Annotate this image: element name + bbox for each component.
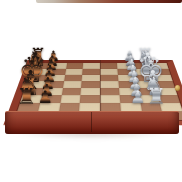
board-square: [59, 95, 80, 103]
board-square: [25, 81, 45, 88]
board-square: [43, 81, 63, 88]
board-square: [62, 81, 81, 88]
board-square: [118, 81, 137, 88]
board-square: [39, 95, 60, 103]
board-square: [79, 95, 99, 103]
board-square: [136, 81, 156, 88]
board-square: [19, 95, 41, 103]
fold-seam-front: [91, 112, 92, 132]
brass-clasp-icon: [175, 85, 180, 91]
chess-set-product-photo: ♜♟♟♜♞♟♟♞♝♟♟♝♛♟♟♛♚♟♟♚♝♟♟♝♞♟♟♞♜♟♟♜: [0, 0, 182, 182]
board-square: [158, 95, 180, 103]
board-square: [81, 81, 100, 88]
board-square: [61, 88, 81, 95]
adjacent-photo-edge: [36, 0, 182, 3]
board-square: [156, 88, 177, 95]
board-square: [41, 88, 62, 95]
board-front-edge: [5, 111, 179, 134]
board-square: [100, 95, 120, 103]
board-square: [80, 88, 99, 95]
board-square: [100, 81, 119, 88]
board-square: [100, 88, 119, 95]
board-square: [138, 95, 159, 103]
board-square: [22, 88, 43, 95]
board-square: [119, 95, 140, 103]
board-square: [118, 88, 138, 95]
board-square: [137, 88, 158, 95]
board-square: [154, 81, 174, 88]
